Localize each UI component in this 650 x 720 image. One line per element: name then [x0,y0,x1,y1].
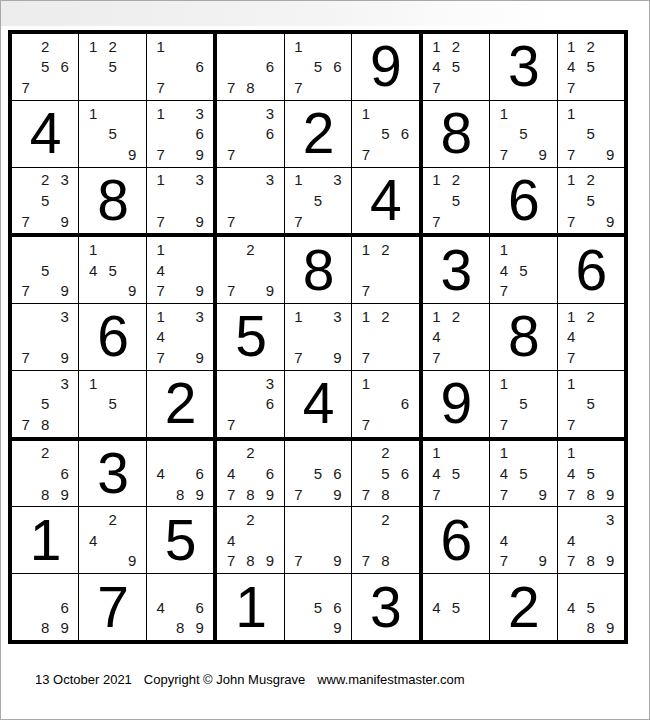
candidate-digit: 7 [562,484,581,505]
cell-r2c4[interactable]: 367 [217,101,283,167]
candidate-digit: 6 [395,463,414,484]
cell-r4c9[interactable]: 6 [558,237,624,303]
cell-r7c2[interactable]: 3 [79,441,145,507]
candidate-digit: 5 [514,260,533,281]
cell-r6c8[interactable]: 157 [490,371,556,437]
cell-r9c7[interactable]: 45 [423,574,489,640]
candidate-digit: 5 [35,393,54,414]
candidate-digit: 1 [356,373,375,394]
cell-r1c4[interactable]: 678 [217,34,283,100]
candidate-digit: 1 [356,103,375,124]
cell-r7c3[interactable]: 4689 [147,441,213,507]
candidate-digit: 2 [103,509,122,530]
candidate-digit: 1 [151,103,170,124]
candidate-grid: 1379 [147,168,213,234]
footer-date: 13 October 2021 [35,672,132,687]
candidate-grid: 127 [352,237,418,303]
candidate-grid: 246789 [217,441,283,507]
candidate-digit: 1 [151,36,170,57]
candidate-grid: 25678 [352,441,418,507]
given-digit: 4 [370,172,401,229]
candidate-grid: 12457 [558,34,624,100]
cell-r6c2[interactable]: 15 [79,371,145,437]
candidate-grid: 4589 [558,574,624,640]
candidate-digit: 2 [581,36,600,57]
given-digit: 5 [235,308,266,365]
candidate-digit: 5 [581,393,600,414]
given-digit: 2 [165,375,196,432]
candidate-digit: 9 [122,144,141,165]
candidate-digit: 4 [562,597,581,618]
footer-website: www.manifestmaster.com [317,672,464,687]
given-digit: 4 [303,375,334,432]
candidate-digit: 5 [514,393,533,414]
candidate-digit: 3 [55,306,74,327]
cell-r3c1[interactable]: 23579 [12,168,78,234]
candidate-digit: 4 [83,530,102,551]
candidate-digit: 7 [151,77,170,98]
box-3-1: 2689346891249568974689 [12,441,213,640]
cell-r1c7[interactable]: 12457 [423,34,489,100]
candidate-digit: 1 [562,373,581,394]
candidate-grid: 1257 [423,168,489,234]
candidate-digit: 2 [241,509,260,530]
cell-r2c7[interactable]: 8 [423,101,489,167]
cell-r6c1[interactable]: 3578 [12,371,78,437]
cell-r9c4[interactable]: 1 [217,574,283,640]
candidate-digit: 4 [562,57,581,78]
cell-r3c6[interactable]: 4 [352,168,418,234]
cell-r5c4[interactable]: 5 [217,304,283,370]
candidate-digit: 9 [328,617,347,638]
candidate-grid: 4689 [147,441,213,507]
candidate-digit: 7 [356,484,375,505]
cell-r7c6[interactable]: 25678 [352,441,418,507]
candidate-digit: 5 [446,57,465,78]
cell-r5c9[interactable]: 1247 [558,304,624,370]
given-digit: 7 [97,579,128,636]
cell-r8c1[interactable]: 1 [12,507,78,573]
cell-r4c1[interactable]: 579 [12,237,78,303]
cell-r9c3[interactable]: 4689 [147,574,213,640]
candidate-digit: 9 [601,617,620,638]
candidate-digit: 7 [356,281,375,302]
candidate-grid: 579 [12,237,78,303]
cell-r6c4[interactable]: 367 [217,371,283,437]
cell-r5c3[interactable]: 13479 [147,304,213,370]
cell-r3c4[interactable]: 37 [217,168,283,234]
candidate-digit: 8 [170,484,189,505]
cell-r1c3[interactable]: 167 [147,34,213,100]
cell-r4c2[interactable]: 1459 [79,237,145,303]
candidate-grid: 45 [423,574,489,640]
cell-r5c6[interactable]: 127 [352,304,418,370]
candidate-digit: 6 [395,393,414,414]
candidate-digit: 7 [151,144,170,165]
candidate-digit: 4 [494,530,513,551]
cell-r6c9[interactable]: 157 [558,371,624,437]
given-digit: 1 [235,579,266,636]
candidate-digit: 3 [601,509,620,530]
candidate-grid: 13479 [147,304,213,370]
candidate-digit: 2 [376,306,395,327]
candidate-digit: 2 [103,36,122,57]
candidate-digit: 7 [562,551,581,572]
candidate-digit: 4 [151,327,170,348]
cell-r7c1[interactable]: 2689 [12,441,78,507]
candidate-digit: 2 [446,170,465,191]
cell-r5c1[interactable]: 379 [12,304,78,370]
cell-r4c5[interactable]: 8 [285,237,351,303]
candidate-grid: 2567 [12,34,78,100]
candidate-digit: 6 [328,597,347,618]
candidate-grid: 678 [217,34,283,100]
candidate-digit: 9 [601,211,620,232]
given-digit: 8 [303,242,334,299]
given-digit: 1 [30,512,61,569]
candidate-digit: 5 [581,463,600,484]
candidate-digit: 4 [494,463,513,484]
candidate-digit: 7 [16,281,35,302]
cell-r7c7[interactable]: 1457 [423,441,489,507]
candidate-digit: 2 [241,443,260,464]
cell-r8c7[interactable]: 6 [423,507,489,573]
cell-r9c2[interactable]: 7 [79,574,145,640]
cell-r4c6[interactable]: 127 [352,237,418,303]
candidate-digit: 7 [494,281,513,302]
cell-r5c7[interactable]: 1247 [423,304,489,370]
cell-r7c9[interactable]: 145789 [558,441,624,507]
cell-r4c3[interactable]: 1479 [147,237,213,303]
candidate-digit: 4 [221,463,240,484]
candidate-digit: 5 [376,463,395,484]
candidate-grid: 12579 [558,168,624,234]
candidate-digit: 5 [308,57,327,78]
cell-r8c4[interactable]: 24789 [217,507,283,573]
cell-r9c6[interactable]: 3 [352,574,418,640]
candidate-digit: 3 [328,306,347,327]
box-1-2: 67815679367215673713574 [217,34,418,233]
candidate-digit: 1 [289,306,308,327]
candidate-digit: 7 [221,281,240,302]
candidate-digit: 1 [289,170,308,191]
cell-r3c9[interactable]: 12579 [558,168,624,234]
cell-r1c2[interactable]: 125 [79,34,145,100]
candidate-digit: 5 [103,123,122,144]
candidate-grid: 1579 [558,101,624,167]
given-digit: 2 [303,105,334,162]
candidate-grid: 1459 [79,237,145,303]
candidate-digit: 1 [494,103,513,124]
cell-r2c8[interactable]: 1579 [490,101,556,167]
candidate-grid: 15 [79,371,145,437]
cell-r2c3[interactable]: 13679 [147,101,213,167]
candidate-digit: 7 [221,77,240,98]
candidate-digit: 1 [562,443,581,464]
candidate-digit: 1 [562,103,581,124]
candidate-digit: 1 [356,306,375,327]
cell-r4c4[interactable]: 279 [217,237,283,303]
cell-r2c9[interactable]: 1579 [558,101,624,167]
cell-r7c4[interactable]: 246789 [217,441,283,507]
cell-r3c8[interactable]: 6 [490,168,556,234]
candidate-digit: 9 [601,484,620,505]
given-digit: 4 [30,105,61,162]
candidate-digit: 9 [328,347,347,368]
candidate-digit: 7 [16,347,35,368]
cell-r6c3[interactable]: 2 [147,371,213,437]
candidate-digit: 2 [376,239,395,260]
candidate-digit: 3 [190,103,209,124]
candidate-digit: 1 [151,170,170,191]
box-2-1: 579145914793796134793578152 [12,237,213,436]
candidate-grid: 1457 [423,441,489,507]
candidate-digit: 9 [533,144,552,165]
candidate-digit: 7 [151,347,170,368]
cell-r2c6[interactable]: 1567 [352,101,418,167]
candidate-grid: 1457 [490,237,556,303]
candidate-digit: 1 [427,36,446,57]
given-digit: 9 [370,38,401,95]
given-digit: 8 [97,172,128,229]
candidate-digit: 6 [395,123,414,144]
given-digit: 6 [575,242,606,299]
candidate-digit: 2 [376,509,395,530]
candidate-digit: 7 [494,484,513,505]
given-digit: 9 [441,375,472,432]
candidate-grid: 145789 [558,441,624,507]
candidate-grid: 4689 [147,574,213,640]
candidate-digit: 3 [260,373,279,394]
candidate-digit: 9 [533,551,552,572]
candidate-digit: 8 [581,617,600,638]
candidate-grid: 157 [490,371,556,437]
cell-r8c2[interactable]: 249 [79,507,145,573]
cell-r5c5[interactable]: 1379 [285,304,351,370]
candidate-digit: 8 [170,617,189,638]
footer-copyright: Copyright © John Musgrave [144,672,305,687]
candidate-grid: 159 [79,101,145,167]
cell-r9c5[interactable]: 569 [285,574,351,640]
given-digit: 3 [97,445,128,502]
cell-r9c1[interactable]: 689 [12,574,78,640]
candidate-grid: 1247 [423,304,489,370]
candidate-digit: 5 [103,57,122,78]
candidate-grid: 167 [147,34,213,100]
candidate-digit: 5 [376,123,395,144]
candidate-digit: 7 [562,77,581,98]
candidate-digit: 5 [581,597,600,618]
candidate-digit: 9 [190,617,209,638]
candidate-digit: 7 [427,347,446,368]
given-digit: 6 [97,308,128,365]
candidate-grid: 279 [217,237,283,303]
cell-r2c2[interactable]: 159 [79,101,145,167]
cell-r4c8[interactable]: 1457 [490,237,556,303]
candidate-digit: 1 [562,170,581,191]
candidate-digit: 6 [190,463,209,484]
candidate-digit: 9 [260,484,279,505]
candidate-digit: 3 [55,373,74,394]
cell-r7c5[interactable]: 5679 [285,441,351,507]
cell-r3c7[interactable]: 1257 [423,168,489,234]
cell-r3c5[interactable]: 1357 [285,168,351,234]
candidate-digit: 1 [494,239,513,260]
candidate-digit: 6 [55,463,74,484]
candidate-digit: 5 [308,463,327,484]
candidate-digit: 8 [241,77,260,98]
candidate-grid: 167 [352,371,418,437]
candidate-digit: 9 [55,281,74,302]
candidate-digit: 3 [190,170,209,191]
cell-r1c9[interactable]: 12457 [558,34,624,100]
cell-r8c8[interactable]: 479 [490,507,556,573]
candidate-digit: 5 [35,260,54,281]
candidate-grid: 689 [12,574,78,640]
candidate-digit: 1 [427,443,446,464]
cell-r1c8[interactable]: 3 [490,34,556,100]
candidate-digit: 9 [328,551,347,572]
box-2-2: 2798127513791273674167 [217,237,418,436]
candidate-digit: 4 [562,327,581,348]
candidate-digit: 5 [446,190,465,211]
candidate-digit: 7 [427,211,446,232]
box-3-3: 1457145791457896479347894524589 [423,441,624,640]
candidate-digit: 3 [260,103,279,124]
candidate-digit: 5 [446,597,465,618]
candidate-digit: 8 [35,414,54,435]
candidate-digit: 5 [581,57,600,78]
candidate-digit: 5 [446,463,465,484]
candidate-digit: 1 [427,170,446,191]
box-1-1: 25671251674159136792357981379 [12,34,213,233]
cell-r6c7[interactable]: 9 [423,371,489,437]
candidate-digit: 9 [190,144,209,165]
candidate-digit: 7 [356,551,375,572]
candidate-digit: 6 [190,597,209,618]
candidate-grid: 1479 [147,237,213,303]
cell-r3c3[interactable]: 1379 [147,168,213,234]
cell-r1c6[interactable]: 9 [352,34,418,100]
candidate-digit: 1 [427,306,446,327]
cell-r5c8[interactable]: 8 [490,304,556,370]
candidate-digit: 4 [83,260,102,281]
candidate-grid: 14579 [490,441,556,507]
candidate-digit: 1 [289,36,308,57]
candidate-digit: 5 [103,260,122,281]
candidate-digit: 8 [35,484,54,505]
cell-r5c2[interactable]: 6 [79,304,145,370]
cell-r1c1[interactable]: 2567 [12,34,78,100]
candidate-digit: 7 [151,211,170,232]
candidate-digit: 7 [289,211,308,232]
candidate-digit: 9 [122,281,141,302]
cell-r6c6[interactable]: 167 [352,371,418,437]
cell-r9c9[interactable]: 4589 [558,574,624,640]
candidate-digit: 9 [601,144,620,165]
candidate-digit: 4 [562,530,581,551]
sudoku-page: 2567125167415913679235798137967815679367… [0,0,650,720]
candidate-digit: 1 [562,306,581,327]
candidate-digit: 9 [55,347,74,368]
cell-r3c2[interactable]: 8 [79,168,145,234]
candidate-digit: 7 [562,211,581,232]
candidate-digit: 5 [308,597,327,618]
candidate-grid: 5679 [285,441,351,507]
candidate-digit: 4 [427,57,446,78]
candidate-digit: 5 [103,393,122,414]
candidate-digit: 7 [221,484,240,505]
candidate-digit: 1 [494,443,513,464]
cell-r2c5[interactable]: 2 [285,101,351,167]
candidate-digit: 6 [260,393,279,414]
candidate-digit: 9 [55,484,74,505]
candidate-grid: 13679 [147,101,213,167]
sudoku-board: 2567125167415913679235798137967815679367… [8,30,628,644]
given-digit: 3 [508,38,539,95]
candidate-digit: 7 [356,144,375,165]
candidate-digit: 9 [601,551,620,572]
cell-r7c8[interactable]: 14579 [490,441,556,507]
candidate-grid: 1579 [490,101,556,167]
candidate-digit: 4 [151,260,170,281]
candidate-digit: 2 [35,36,54,57]
candidate-digit: 8 [581,484,600,505]
candidate-digit: 8 [376,484,395,505]
candidate-digit: 7 [151,281,170,302]
given-digit: 8 [508,308,539,365]
candidate-digit: 5 [308,190,327,211]
cell-r8c3[interactable]: 5 [147,507,213,573]
box-3-2: 246789567925678247897927815693 [217,441,418,640]
candidate-grid: 1567 [285,34,351,100]
candidate-grid: 367 [217,371,283,437]
candidate-grid: 278 [352,507,418,573]
footer: 13 October 2021 Copyright © John Musgrav… [35,672,465,687]
candidate-digit: 6 [260,123,279,144]
top-gradient-bar [1,1,649,26]
candidate-grid: 479 [490,507,556,573]
cell-r2c1[interactable]: 4 [12,101,78,167]
candidate-digit: 7 [562,347,581,368]
candidate-digit: 7 [289,484,308,505]
candidate-digit: 1 [151,306,170,327]
candidate-digit: 7 [494,414,513,435]
candidate-digit: 7 [289,347,308,368]
cell-r1c5[interactable]: 1567 [285,34,351,100]
cell-r6c5[interactable]: 4 [285,371,351,437]
cell-r8c5[interactable]: 79 [285,507,351,573]
candidate-digit: 2 [376,443,395,464]
candidate-digit: 6 [55,57,74,78]
cell-r4c7[interactable]: 3 [423,237,489,303]
candidate-digit: 2 [446,36,465,57]
cell-r8c9[interactable]: 34789 [558,507,624,573]
cell-r8c6[interactable]: 278 [352,507,418,573]
candidate-digit: 6 [190,123,209,144]
candidate-digit: 7 [494,551,513,572]
candidate-grid: 1357 [285,168,351,234]
cell-r9c8[interactable]: 2 [490,574,556,640]
candidate-digit: 9 [55,617,74,638]
candidate-digit: 5 [514,123,533,144]
candidate-digit: 2 [241,239,260,260]
candidate-digit: 7 [356,414,375,435]
candidate-digit: 2 [35,170,54,191]
candidate-digit: 7 [221,551,240,572]
candidate-digit: 7 [356,347,375,368]
candidate-grid: 127 [352,304,418,370]
